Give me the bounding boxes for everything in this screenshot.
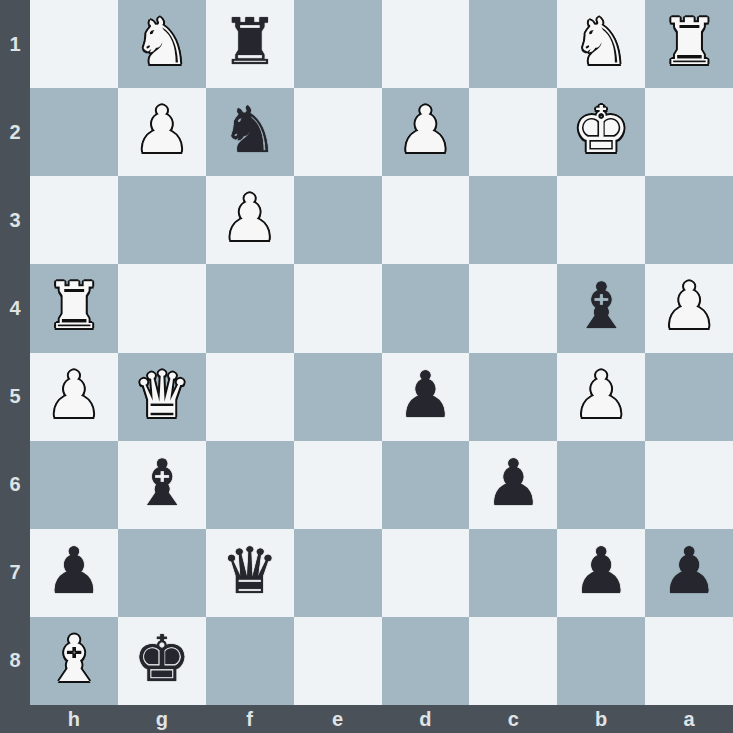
square-f3[interactable]: ♟: [206, 176, 294, 264]
square-e4[interactable]: [294, 264, 382, 352]
white-pawn-f3[interactable]: ♟: [221, 186, 278, 250]
square-a6[interactable]: [645, 441, 733, 529]
square-e3[interactable]: [294, 176, 382, 264]
white-rook-a1[interactable]: ♜: [660, 10, 717, 74]
file-label-c: c: [469, 705, 557, 733]
square-c4[interactable]: [469, 264, 557, 352]
rank-label-2: 2: [0, 88, 30, 176]
black-pawn-d5[interactable]: ♟: [397, 363, 454, 427]
file-labels: hgfedcba: [0, 705, 733, 733]
square-h5[interactable]: ♟: [30, 353, 118, 441]
white-pawn-b5[interactable]: ♟: [573, 363, 630, 427]
file-label-b: b: [557, 705, 645, 733]
square-d1[interactable]: [382, 0, 470, 88]
square-a1[interactable]: ♜: [645, 0, 733, 88]
square-c1[interactable]: [469, 0, 557, 88]
square-h6[interactable]: [30, 441, 118, 529]
square-a4[interactable]: ♟: [645, 264, 733, 352]
black-knight-f2[interactable]: ♞: [221, 98, 278, 162]
rank-label-6: 6: [0, 441, 30, 529]
square-a5[interactable]: [645, 353, 733, 441]
square-d4[interactable]: [382, 264, 470, 352]
square-e8[interactable]: [294, 617, 382, 705]
square-f6[interactable]: [206, 441, 294, 529]
black-king-g8[interactable]: ♚: [133, 627, 190, 691]
black-pawn-b7[interactable]: ♟: [573, 539, 630, 603]
white-pawn-g2[interactable]: ♟: [133, 98, 190, 162]
black-pawn-a7[interactable]: ♟: [660, 539, 717, 603]
white-bishop-h8[interactable]: ♝: [45, 627, 102, 691]
square-e2[interactable]: [294, 88, 382, 176]
rank-label-8: 8: [0, 617, 30, 705]
white-knight-g1[interactable]: ♞: [133, 10, 190, 74]
rank-label-3: 3: [0, 176, 30, 264]
square-b7[interactable]: ♟: [557, 529, 645, 617]
square-b6[interactable]: [557, 441, 645, 529]
white-pawn-a4[interactable]: ♟: [660, 274, 717, 338]
white-pawn-d2[interactable]: ♟: [397, 98, 454, 162]
black-rook-f1[interactable]: ♜: [221, 10, 278, 74]
white-knight-b1[interactable]: ♞: [573, 10, 630, 74]
square-b5[interactable]: ♟: [557, 353, 645, 441]
square-d3[interactable]: [382, 176, 470, 264]
square-a7[interactable]: ♟: [645, 529, 733, 617]
file-label-d: d: [382, 705, 470, 733]
square-c8[interactable]: [469, 617, 557, 705]
square-d5[interactable]: ♟: [382, 353, 470, 441]
square-e7[interactable]: [294, 529, 382, 617]
file-label-a: a: [645, 705, 733, 733]
square-f1[interactable]: ♜: [206, 0, 294, 88]
square-c3[interactable]: [469, 176, 557, 264]
square-f4[interactable]: [206, 264, 294, 352]
black-bishop-b4[interactable]: ♝: [573, 274, 630, 338]
square-h8[interactable]: ♝: [30, 617, 118, 705]
file-label-h: h: [30, 705, 118, 733]
square-b2[interactable]: ♚: [557, 88, 645, 176]
square-g4[interactable]: [118, 264, 206, 352]
black-queen-f7[interactable]: ♛: [221, 539, 278, 603]
square-b1[interactable]: ♞: [557, 0, 645, 88]
square-e6[interactable]: [294, 441, 382, 529]
square-e1[interactable]: [294, 0, 382, 88]
square-h4[interactable]: ♜: [30, 264, 118, 352]
square-d8[interactable]: [382, 617, 470, 705]
rank-label-4: 4: [0, 264, 30, 352]
square-f7[interactable]: ♛: [206, 529, 294, 617]
square-c7[interactable]: [469, 529, 557, 617]
square-h2[interactable]: [30, 88, 118, 176]
square-g5[interactable]: ♛: [118, 353, 206, 441]
rank-labels: 12345678: [0, 0, 30, 705]
square-g2[interactable]: ♟: [118, 88, 206, 176]
square-g1[interactable]: ♞: [118, 0, 206, 88]
rank-label-5: 5: [0, 353, 30, 441]
square-b3[interactable]: [557, 176, 645, 264]
square-f2[interactable]: ♞: [206, 88, 294, 176]
square-c2[interactable]: [469, 88, 557, 176]
square-e5[interactable]: [294, 353, 382, 441]
black-pawn-c6[interactable]: ♟: [485, 451, 542, 515]
square-b4[interactable]: ♝: [557, 264, 645, 352]
file-label-f: f: [206, 705, 294, 733]
file-label-e: e: [294, 705, 382, 733]
square-h7[interactable]: ♟: [30, 529, 118, 617]
square-b8[interactable]: [557, 617, 645, 705]
square-g8[interactable]: ♚: [118, 617, 206, 705]
square-h3[interactable]: [30, 176, 118, 264]
square-d6[interactable]: [382, 441, 470, 529]
square-c6[interactable]: ♟: [469, 441, 557, 529]
square-a8[interactable]: [645, 617, 733, 705]
rank-label-7: 7: [0, 529, 30, 617]
square-a2[interactable]: [645, 88, 733, 176]
black-bishop-g6[interactable]: ♝: [133, 451, 190, 515]
chess-board-frame: 12345678 ♞♜♞♜♟♞♟♚♟♜♝♟♟♛♟♟♝♟♟♛♟♟♝♚ hgfedc…: [0, 0, 733, 733]
square-g3[interactable]: [118, 176, 206, 264]
black-pawn-h7[interactable]: ♟: [45, 539, 102, 603]
rank-label-1: 1: [0, 0, 30, 88]
white-rook-h4[interactable]: ♜: [45, 274, 102, 338]
square-a3[interactable]: [645, 176, 733, 264]
white-pawn-h5[interactable]: ♟: [45, 363, 102, 427]
file-label-g: g: [118, 705, 206, 733]
square-g6[interactable]: ♝: [118, 441, 206, 529]
square-f5[interactable]: [206, 353, 294, 441]
chess-board: ♞♜♞♜♟♞♟♚♟♜♝♟♟♛♟♟♝♟♟♛♟♟♝♚: [30, 0, 733, 705]
square-c5[interactable]: [469, 353, 557, 441]
square-g7[interactable]: [118, 529, 206, 617]
square-d2[interactable]: ♟: [382, 88, 470, 176]
white-queen-g5[interactable]: ♛: [133, 363, 190, 427]
square-d7[interactable]: [382, 529, 470, 617]
white-king-b2[interactable]: ♚: [573, 98, 630, 162]
square-h1[interactable]: [30, 0, 118, 88]
square-f8[interactable]: [206, 617, 294, 705]
